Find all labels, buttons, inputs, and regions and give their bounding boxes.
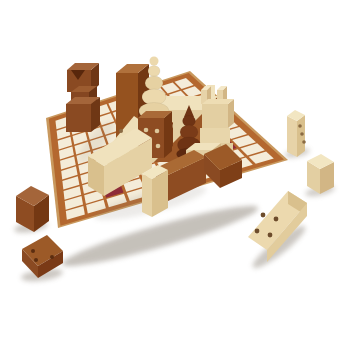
- product-photo-scene: [0, 0, 340, 340]
- light-wedge-3-pips-pip: [298, 124, 302, 128]
- dark-block-4-pips-face: [164, 111, 172, 158]
- light-pagoda-knob: [150, 57, 159, 66]
- light-wedge-3-pips[interactable]: [287, 110, 306, 157]
- light-rook-face: [228, 99, 234, 128]
- light-pagoda-segment: [148, 66, 160, 77]
- light-rook-face: [200, 128, 230, 143]
- dark-wedge-3-pips-pip: [50, 255, 54, 259]
- light-standing-block-face: [142, 174, 152, 217]
- light-standing-block[interactable]: [142, 165, 168, 217]
- dark-wedge-3-pips-pip: [34, 258, 38, 262]
- light-wedge-2-pips-pip: [119, 129, 123, 133]
- light-ramp-4-pips-pip: [274, 217, 279, 222]
- dark-wedge-3-pips-pip: [31, 249, 35, 253]
- light-ramp-4-pips-pip: [268, 233, 273, 238]
- light-wedge-3-pips-face: [287, 116, 297, 157]
- dark-block-4-pips-pip: [155, 129, 160, 134]
- light-cube-offboard[interactable]: [307, 154, 334, 194]
- dark-block-4-pips-pip: [144, 128, 149, 133]
- light-pagoda-segment: [145, 76, 163, 90]
- dark-block-4-pips-pip: [156, 144, 161, 149]
- dark-rook[interactable]: [66, 63, 100, 132]
- light-wedge-3-pips-pip: [300, 132, 304, 136]
- dark-rook-face: [66, 104, 91, 132]
- light-ramp-4-pips-pip: [261, 213, 266, 218]
- light-rook-face: [202, 104, 228, 128]
- light-wedge-3-pips-pip: [302, 140, 306, 144]
- light-wedge-3-pips-face: [297, 115, 305, 157]
- light-ramp-4-pips-pip: [255, 229, 260, 234]
- game-scene: [0, 0, 340, 340]
